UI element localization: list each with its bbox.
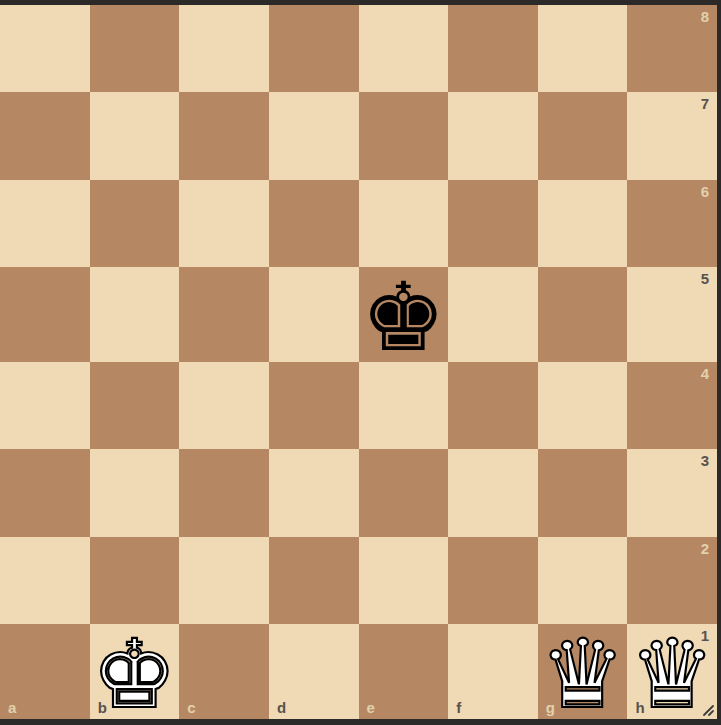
square-e3[interactable] [359,449,449,536]
square-d5[interactable] [269,267,359,362]
square-d2[interactable] [269,537,359,624]
square-g8[interactable] [538,5,628,92]
square-c4[interactable] [179,362,269,449]
square-f7[interactable] [448,92,538,179]
square-f6[interactable] [448,180,538,267]
square-b5[interactable] [90,267,180,362]
square-f4[interactable] [448,362,538,449]
rank-label-5: 5 [701,271,709,286]
square-f5[interactable] [448,267,538,362]
rank-label-3: 3 [701,453,709,468]
square-h7[interactable]: 7 [627,92,717,179]
square-c8[interactable] [179,5,269,92]
square-e7[interactable] [359,92,449,179]
square-c5[interactable] [179,267,269,362]
square-g1[interactable]: g♛ [538,624,628,719]
square-b3[interactable] [90,449,180,536]
file-label-e: e [367,700,375,715]
square-f8[interactable] [448,5,538,92]
square-d4[interactable] [269,362,359,449]
square-e6[interactable] [359,180,449,267]
square-f1[interactable]: f [448,624,538,719]
rank-label-6: 6 [701,184,709,199]
white-queen-g1[interactable]: ♛ [540,627,625,722]
square-a8[interactable] [0,5,90,92]
square-e1[interactable]: e [359,624,449,719]
square-d3[interactable] [269,449,359,536]
rank-label-4: 4 [701,366,709,381]
file-label-d: d [277,700,286,715]
square-c6[interactable] [179,180,269,267]
square-h8[interactable]: 8 [627,5,717,92]
square-a3[interactable] [0,449,90,536]
square-b7[interactable] [90,92,180,179]
square-d1[interactable]: d [269,624,359,719]
square-g3[interactable] [538,449,628,536]
square-b6[interactable] [90,180,180,267]
rank-label-7: 7 [701,96,709,111]
black-king-e5[interactable]: ♚ [361,270,446,365]
chess-board-page: { "game": "chess", "position": { "fen": … [0,0,721,725]
rank-label-8: 8 [701,9,709,24]
file-label-c: c [187,700,195,715]
square-g5[interactable] [538,267,628,362]
square-g7[interactable] [538,92,628,179]
rank-label-2: 2 [701,541,709,556]
square-e5[interactable]: ♚ [359,267,449,362]
square-b4[interactable] [90,362,180,449]
square-d8[interactable] [269,5,359,92]
square-c3[interactable] [179,449,269,536]
square-a4[interactable] [0,362,90,449]
square-e8[interactable] [359,5,449,92]
square-e2[interactable] [359,537,449,624]
square-b2[interactable] [90,537,180,624]
square-c7[interactable] [179,92,269,179]
square-h2[interactable]: 2 [627,537,717,624]
square-a5[interactable] [0,267,90,362]
square-b1[interactable]: b♚ [90,624,180,719]
square-h6[interactable]: 6 [627,180,717,267]
file-label-a: a [8,700,16,715]
square-e4[interactable] [359,362,449,449]
square-b8[interactable] [90,5,180,92]
chess-board[interactable]: 876♚5432ab♚cdefg♛h1♛ [0,5,717,719]
square-d7[interactable] [269,92,359,179]
square-a2[interactable] [0,537,90,624]
white-king-b1[interactable]: ♚ [92,627,177,722]
square-h3[interactable]: 3 [627,449,717,536]
square-h5[interactable]: 5 [627,267,717,362]
square-a1[interactable]: a [0,624,90,719]
square-g4[interactable] [538,362,628,449]
square-c1[interactable]: c [179,624,269,719]
square-d6[interactable] [269,180,359,267]
square-a7[interactable] [0,92,90,179]
square-f3[interactable] [448,449,538,536]
square-h4[interactable]: 4 [627,362,717,449]
square-g6[interactable] [538,180,628,267]
square-a6[interactable] [0,180,90,267]
square-g2[interactable] [538,537,628,624]
square-f2[interactable] [448,537,538,624]
board-resize-grip-icon[interactable] [699,701,715,717]
square-c2[interactable] [179,537,269,624]
file-label-f: f [456,700,461,715]
